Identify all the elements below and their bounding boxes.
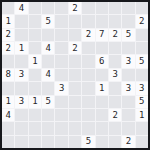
cell-r4c7-clue[interactable]: 6 (96, 55, 108, 67)
cell-r3c3-clue[interactable]: 4 (42, 42, 54, 54)
cell-r3c10-empty[interactable] (136, 42, 148, 54)
cell-r1c8-empty[interactable] (109, 15, 121, 27)
cell-r10c5-empty[interactable] (69, 136, 81, 148)
cell-r5c4-empty[interactable] (55, 69, 67, 81)
puzzle-board: 421522272521421635834331331315542152 (0, 0, 150, 150)
cell-r4c2-clue[interactable]: 1 (29, 55, 41, 67)
cell-r8c3-empty[interactable] (42, 109, 54, 121)
cell-r6c7-clue[interactable]: 1 (96, 82, 108, 94)
cell-r10c3-empty[interactable] (42, 136, 54, 148)
cell-r3c4-empty[interactable] (55, 42, 67, 54)
cell-r6c3-empty[interactable] (42, 82, 54, 94)
cell-r4c0-empty[interactable] (2, 55, 14, 67)
cell-r1c9-empty[interactable] (122, 15, 134, 27)
cell-r9c7-empty[interactable] (96, 122, 108, 134)
cell-r7c5-empty[interactable] (69, 96, 81, 108)
cell-r3c5-clue[interactable]: 2 (69, 42, 81, 54)
cell-r2c10-empty[interactable] (136, 29, 148, 41)
cell-r8c8-clue[interactable]: 2 (109, 109, 121, 121)
cell-r5c8-clue[interactable]: 3 (109, 69, 121, 81)
cell-r5c9-empty[interactable] (122, 69, 134, 81)
cell-r6c2-empty[interactable] (29, 82, 41, 94)
cell-r1c0-clue[interactable]: 1 (2, 15, 14, 27)
cell-r8c7-empty[interactable] (96, 109, 108, 121)
cell-r10c1-empty[interactable] (15, 136, 27, 148)
cell-r8c1-empty[interactable] (15, 109, 27, 121)
cell-r1c5-empty[interactable] (69, 15, 81, 27)
cell-r8c9-empty[interactable] (122, 109, 134, 121)
cell-r7c0-clue[interactable]: 1 (2, 96, 14, 108)
cell-r5c1-clue[interactable]: 3 (15, 69, 27, 81)
cell-r0c0-empty[interactable] (2, 2, 14, 14)
cell-r0c2-empty[interactable] (29, 2, 41, 14)
cell-r10c2-empty[interactable] (29, 136, 41, 148)
cell-r0c4-empty[interactable] (55, 2, 67, 14)
cell-r9c8-empty[interactable] (109, 122, 121, 134)
cell-r9c1-empty[interactable] (15, 122, 27, 134)
cell-r6c6-empty[interactable] (82, 82, 94, 94)
cell-r9c3-empty[interactable] (42, 122, 54, 134)
cell-r4c3-empty[interactable] (42, 55, 54, 67)
cell-r0c8-empty[interactable] (109, 2, 121, 14)
cell-r10c4-empty[interactable] (55, 136, 67, 148)
cell-r2c9-clue[interactable]: 5 (122, 29, 134, 41)
cell-r9c9-empty[interactable] (122, 122, 134, 134)
cell-r5c2-empty[interactable] (29, 69, 41, 81)
cell-r2c1-empty[interactable] (15, 29, 27, 41)
cell-r6c4-clue[interactable]: 3 (55, 82, 67, 94)
cell-r10c9-clue[interactable]: 2 (122, 136, 134, 148)
cell-r9c5-empty[interactable] (69, 122, 81, 134)
cell-r0c5-clue[interactable]: 2 (69, 2, 81, 14)
cell-r8c5-empty[interactable] (69, 109, 81, 121)
cell-r8c2-empty[interactable] (29, 109, 41, 121)
cell-r2c8-clue[interactable]: 2 (109, 29, 121, 41)
cell-r2c0-clue[interactable]: 2 (2, 29, 14, 41)
cell-r0c3-empty[interactable] (42, 2, 54, 14)
cell-r2c4-empty[interactable] (55, 29, 67, 41)
cell-r4c9-clue[interactable]: 3 (122, 55, 134, 67)
cell-r10c10-empty[interactable] (136, 136, 148, 148)
cell-r8c6-empty[interactable] (82, 109, 94, 121)
cell-r10c0-empty[interactable] (2, 136, 14, 148)
cell-r0c10-empty[interactable] (136, 2, 148, 14)
cell-r9c0-empty[interactable] (2, 122, 14, 134)
cell-r7c9-empty[interactable] (122, 96, 134, 108)
cell-r3c1-clue[interactable]: 1 (15, 42, 27, 54)
cell-r7c3-clue[interactable]: 5 (42, 96, 54, 108)
cell-r6c9-clue[interactable]: 3 (122, 82, 134, 94)
cell-r4c5-empty[interactable] (69, 55, 81, 67)
cell-r8c10-clue[interactable]: 1 (136, 109, 148, 121)
cell-r7c10-clue[interactable]: 5 (136, 96, 148, 108)
cell-r1c4-empty[interactable] (55, 15, 67, 27)
cell-r4c1-empty[interactable] (15, 55, 27, 67)
cell-r3c6-empty[interactable] (82, 42, 94, 54)
cell-r6c8-empty[interactable] (109, 82, 121, 94)
cell-r10c8-empty[interactable] (109, 136, 121, 148)
cell-r4c8-empty[interactable] (109, 55, 121, 67)
cell-r2c3-empty[interactable] (42, 29, 54, 41)
cell-r1c10-clue[interactable]: 2 (136, 15, 148, 27)
cell-r7c6-empty[interactable] (82, 96, 94, 108)
cell-r1c1-empty[interactable] (15, 15, 27, 27)
cell-r5c10-empty[interactable] (136, 69, 148, 81)
cell-r5c7-empty[interactable] (96, 69, 108, 81)
cell-r3c0-clue[interactable]: 2 (2, 42, 14, 54)
cell-r7c1-clue[interactable]: 3 (15, 96, 27, 108)
cell-r9c10-empty[interactable] (136, 122, 148, 134)
cell-r8c4-empty[interactable] (55, 109, 67, 121)
cell-r4c10-clue[interactable]: 5 (136, 55, 148, 67)
cell-r3c7-empty[interactable] (96, 42, 108, 54)
cell-r5c3-clue[interactable]: 4 (42, 69, 54, 81)
cell-r4c6-empty[interactable] (82, 55, 94, 67)
cell-r1c7-empty[interactable] (96, 15, 108, 27)
cell-r10c7-empty[interactable] (96, 136, 108, 148)
cell-r7c4-empty[interactable] (55, 96, 67, 108)
cell-r9c4-empty[interactable] (55, 122, 67, 134)
cell-r5c5-empty[interactable] (69, 69, 81, 81)
cell-r9c2-empty[interactable] (29, 122, 41, 134)
cell-r7c7-empty[interactable] (96, 96, 108, 108)
cell-r5c6-empty[interactable] (82, 69, 94, 81)
cell-r3c2-empty[interactable] (29, 42, 41, 54)
cell-r0c9-empty[interactable] (122, 2, 134, 14)
cell-r6c10-clue[interactable]: 3 (136, 82, 148, 94)
cell-r1c6-empty[interactable] (82, 15, 94, 27)
cell-r7c2-clue[interactable]: 1 (29, 96, 41, 108)
cell-r7c8-empty[interactable] (109, 96, 121, 108)
cell-r8c0-clue[interactable]: 4 (2, 109, 14, 121)
cell-r3c8-empty[interactable] (109, 42, 121, 54)
cell-r0c6-empty[interactable] (82, 2, 94, 14)
cell-r9c6-empty[interactable] (82, 122, 94, 134)
cell-r3c9-empty[interactable] (122, 42, 134, 54)
cell-r6c5-empty[interactable] (69, 82, 81, 94)
cell-r0c1-clue[interactable]: 4 (15, 2, 27, 14)
cell-r4c4-empty[interactable] (55, 55, 67, 67)
cell-r1c2-empty[interactable] (29, 15, 41, 27)
cell-r2c5-empty[interactable] (69, 29, 81, 41)
cell-r10c6-clue[interactable]: 5 (82, 136, 94, 148)
cell-r6c1-empty[interactable] (15, 82, 27, 94)
cell-r2c7-clue[interactable]: 7 (96, 29, 108, 41)
cell-r5c0-clue[interactable]: 8 (2, 69, 14, 81)
cell-r0c7-empty[interactable] (96, 2, 108, 14)
cell-r1c3-clue[interactable]: 5 (42, 15, 54, 27)
cell-r2c6-clue[interactable]: 2 (82, 29, 94, 41)
cell-r6c0-empty[interactable] (2, 82, 14, 94)
cell-r2c2-empty[interactable] (29, 29, 41, 41)
